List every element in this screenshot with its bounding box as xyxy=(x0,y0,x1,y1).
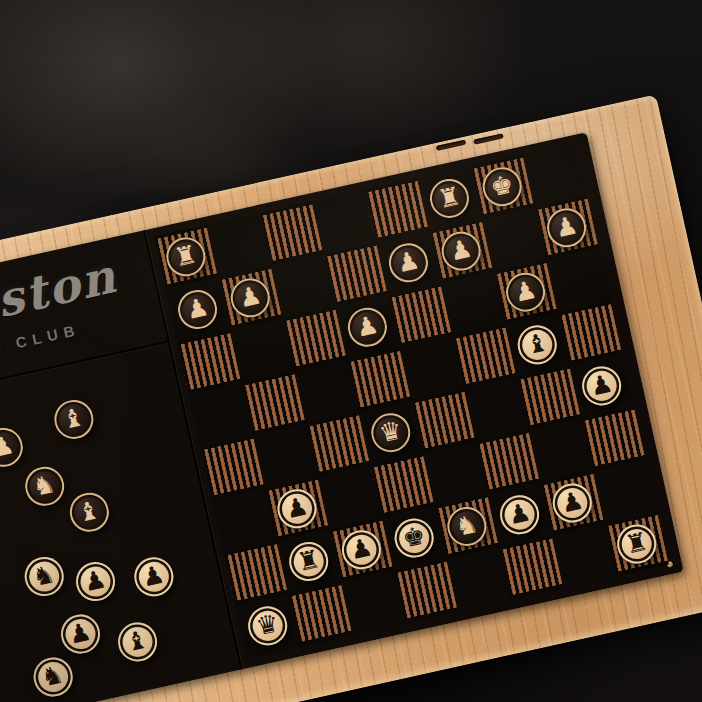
pawn-icon: ♟ xyxy=(588,370,615,399)
pawn-icon: ♟ xyxy=(553,212,580,241)
square-h1[interactable]: ♜ xyxy=(605,512,669,576)
piece-white-queen-a1[interactable]: ♛ xyxy=(244,603,291,650)
photo-scene: hnston CHESS CLUB ♜♜♚♟♟♟♟♟♟♟♝♛♟♟♜♟♚♞♟♟♛♜… xyxy=(0,0,702,702)
wood-slot xyxy=(436,140,466,151)
piece-black-knight-e2[interactable]: ♞ xyxy=(443,503,490,550)
chess-board: ♜♜♚♟♟♟♟♟♟♟♝♛♟♟♜♟♚♞♟♟♛♜ xyxy=(154,143,669,658)
pawn-icon: ♟ xyxy=(354,312,381,341)
rook-icon: ♜ xyxy=(623,528,650,557)
piece-black-rook-f8[interactable]: ♜ xyxy=(426,175,473,222)
piece-black-pawn-d6[interactable]: ♟ xyxy=(344,304,391,351)
pawn-icon: ♟ xyxy=(81,566,108,595)
piece-white-pawn-f2[interactable]: ♟ xyxy=(496,491,543,538)
knight-icon: ♞ xyxy=(39,661,66,690)
piece-black-queen-d4[interactable]: ♛ xyxy=(368,409,415,456)
pawn-icon: ♟ xyxy=(395,247,422,276)
piece-black-bishop-tray[interactable]: ♝ xyxy=(50,396,97,443)
piece-white-bishop-tray[interactable]: ♝ xyxy=(114,618,161,665)
pawn-icon: ♟ xyxy=(66,618,93,647)
piece-white-pawn-c2[interactable]: ♟ xyxy=(338,526,385,573)
piece-white-pawn-g2[interactable]: ♟ xyxy=(549,479,596,526)
wood-slot xyxy=(473,133,503,144)
pawn-icon: ♟ xyxy=(0,431,16,460)
knight-icon: ♞ xyxy=(30,561,57,590)
engraved-club-name: hnston xyxy=(0,248,122,393)
piece-white-pawn-h4[interactable]: ♟ xyxy=(578,363,625,410)
piece-black-pawn-f7[interactable]: ♟ xyxy=(438,227,485,274)
piece-white-king-d2[interactable]: ♚ xyxy=(391,515,438,562)
bishop-icon: ♝ xyxy=(523,329,550,358)
piece-black-rook-a8[interactable]: ♜ xyxy=(162,233,209,280)
piece-white-rook-b2[interactable]: ♜ xyxy=(285,538,332,585)
piece-black-pawn-b7[interactable]: ♟ xyxy=(227,274,274,321)
pawn-icon: ♟ xyxy=(139,561,166,590)
piece-black-knight-tray[interactable]: ♞ xyxy=(21,463,68,510)
rook-icon: ♜ xyxy=(295,546,322,575)
piece-white-pawn-tray[interactable]: ♟ xyxy=(130,553,177,600)
knight-icon: ♞ xyxy=(453,510,480,539)
piece-black-pawn-tray[interactable]: ♟ xyxy=(0,424,26,471)
bishop-icon: ♝ xyxy=(75,496,102,525)
pawn-icon: ♟ xyxy=(184,294,211,323)
piece-white-pawn-b3[interactable]: ♟ xyxy=(274,485,321,532)
bishop-icon: ♝ xyxy=(123,626,150,655)
piece-black-pawn-e7[interactable]: ♟ xyxy=(385,240,432,287)
queen-icon: ♛ xyxy=(377,417,404,446)
pawn-icon: ♟ xyxy=(347,534,374,563)
king-icon: ♚ xyxy=(488,171,515,200)
king-icon: ♚ xyxy=(400,522,427,551)
pawn-icon: ♟ xyxy=(283,493,310,522)
chess-panel: hnston CHESS CLUB ♜♜♚♟♟♟♟♟♟♟♝♛♟♟♜♟♚♞♟♟♛♜… xyxy=(0,132,684,702)
piece-black-pawn-a7[interactable]: ♟ xyxy=(174,286,221,333)
piece-white-bishop-g5[interactable]: ♝ xyxy=(514,322,561,369)
piece-white-pawn-tray[interactable]: ♟ xyxy=(57,610,104,657)
wood-board-base: hnston CHESS CLUB ♜♜♚♟♟♟♟♟♟♟♝♛♟♟♜♟♚♞♟♟♛♜… xyxy=(0,94,702,702)
piece-black-pawn-g6[interactable]: ♟ xyxy=(502,268,549,315)
piece-white-knight-tray[interactable]: ♞ xyxy=(29,653,76,700)
pawn-icon: ♟ xyxy=(236,282,263,311)
knight-icon: ♞ xyxy=(30,470,57,499)
pawn-icon: ♟ xyxy=(506,499,533,528)
piece-black-pawn-h7[interactable]: ♟ xyxy=(543,204,590,251)
rook-icon: ♜ xyxy=(172,241,199,270)
queen-icon: ♛ xyxy=(254,610,281,639)
pawn-icon: ♟ xyxy=(558,487,585,516)
bishop-icon: ♝ xyxy=(59,403,86,432)
piece-white-pawn-tray[interactable]: ♟ xyxy=(72,558,119,605)
rook-icon: ♜ xyxy=(436,183,463,212)
pawn-icon: ♟ xyxy=(512,276,539,305)
piece-black-bishop-tray[interactable]: ♝ xyxy=(66,489,113,536)
piece-white-knight-tray[interactable]: ♞ xyxy=(20,553,67,600)
piece-white-rook-h1[interactable]: ♜ xyxy=(613,520,660,567)
piece-black-king-g8[interactable]: ♚ xyxy=(479,163,526,210)
pawn-icon: ♟ xyxy=(447,235,474,264)
